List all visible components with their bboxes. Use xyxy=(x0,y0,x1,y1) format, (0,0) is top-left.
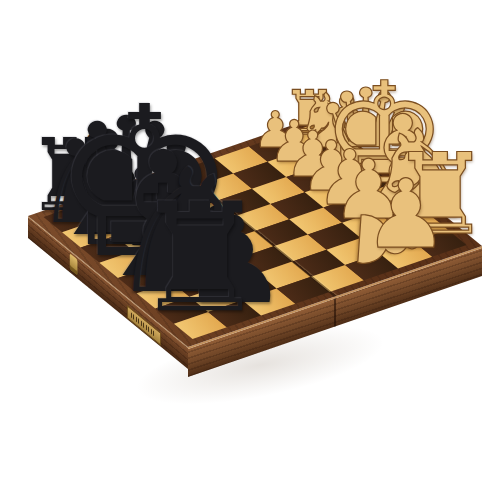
black-rook[interactable]: ♜ xyxy=(133,183,267,333)
fold-seam-notch xyxy=(334,298,336,327)
product-photo-stage: ♜♞♝♛♚♝♞♜♟♟♟♟♟♟♟♟♟♟♟♟♟♟♟♟♜♞♝♛♚♝♞♜ xyxy=(0,0,500,500)
piece-layer: ♜♞♝♛♚♝♞♜♟♟♟♟♟♟♟♟♟♟♟♟♟♟♟♟♜♞♝♛♚♝♞♜ xyxy=(0,0,500,500)
white-pawn[interactable]: ♟ xyxy=(363,167,448,262)
